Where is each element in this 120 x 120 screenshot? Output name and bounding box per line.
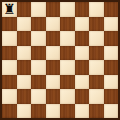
square-c1[interactable] — [31, 104, 46, 119]
square-b2[interactable] — [17, 89, 32, 104]
square-a7[interactable] — [2, 17, 17, 32]
square-b3[interactable] — [17, 75, 32, 90]
square-g6[interactable] — [89, 31, 104, 46]
square-d7[interactable] — [46, 17, 61, 32]
square-f3[interactable] — [75, 75, 90, 90]
square-c2[interactable] — [31, 89, 46, 104]
square-e4[interactable] — [60, 60, 75, 75]
square-e3[interactable] — [60, 75, 75, 90]
square-e7[interactable] — [60, 17, 75, 32]
square-e2[interactable] — [60, 89, 75, 104]
square-h6[interactable] — [104, 31, 119, 46]
square-f1[interactable] — [75, 104, 90, 119]
square-g1[interactable] — [89, 104, 104, 119]
square-b5[interactable] — [17, 46, 32, 61]
square-d6[interactable] — [46, 31, 61, 46]
square-f5[interactable] — [75, 46, 90, 61]
square-c4[interactable] — [31, 60, 46, 75]
square-a3[interactable] — [2, 75, 17, 90]
square-b6[interactable] — [17, 31, 32, 46]
square-h7[interactable] — [104, 17, 119, 32]
square-e8[interactable] — [60, 2, 75, 17]
square-e6[interactable] — [60, 31, 75, 46]
square-g4[interactable] — [89, 60, 104, 75]
square-d2[interactable] — [46, 89, 61, 104]
square-f2[interactable] — [75, 89, 90, 104]
square-g8[interactable] — [89, 2, 104, 17]
square-h4[interactable] — [104, 60, 119, 75]
square-b7[interactable] — [17, 17, 32, 32]
square-d5[interactable] — [46, 46, 61, 61]
square-b4[interactable] — [17, 60, 32, 75]
square-d8[interactable] — [46, 2, 61, 17]
square-b1[interactable] — [17, 104, 32, 119]
square-h8[interactable] — [104, 2, 119, 17]
square-g3[interactable] — [89, 75, 104, 90]
black-rook[interactable]: ♜ — [3, 2, 16, 16]
square-g7[interactable] — [89, 17, 104, 32]
square-b8[interactable] — [17, 2, 32, 17]
square-d1[interactable] — [46, 104, 61, 119]
square-d3[interactable] — [46, 75, 61, 90]
square-g5[interactable] — [89, 46, 104, 61]
square-f4[interactable] — [75, 60, 90, 75]
square-a6[interactable] — [2, 31, 17, 46]
square-a1[interactable] — [2, 104, 17, 119]
square-a5[interactable] — [2, 46, 17, 61]
square-e1[interactable] — [60, 104, 75, 119]
square-h3[interactable] — [104, 75, 119, 90]
square-c8[interactable] — [31, 2, 46, 17]
square-c6[interactable] — [31, 31, 46, 46]
square-f7[interactable] — [75, 17, 90, 32]
square-g2[interactable] — [89, 89, 104, 104]
square-a4[interactable] — [2, 60, 17, 75]
square-h5[interactable] — [104, 46, 119, 61]
square-c7[interactable] — [31, 17, 46, 32]
square-h2[interactable] — [104, 89, 119, 104]
square-d4[interactable] — [46, 60, 61, 75]
chess-board: ♜ — [0, 0, 120, 120]
square-c5[interactable] — [31, 46, 46, 61]
square-c3[interactable] — [31, 75, 46, 90]
square-h1[interactable] — [104, 104, 119, 119]
square-a2[interactable] — [2, 89, 17, 104]
square-a8[interactable]: ♜ — [2, 2, 17, 17]
square-f6[interactable] — [75, 31, 90, 46]
square-f8[interactable] — [75, 2, 90, 17]
square-e5[interactable] — [60, 46, 75, 61]
